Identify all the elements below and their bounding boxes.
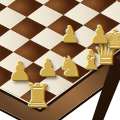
piece-white-pawn-a2[interactable]: ♟ <box>8 58 31 84</box>
piece-white-pawn-b2[interactable]: ♟ <box>37 56 59 80</box>
chess-set-photo: ♜♞♝♛♚♟♟♟♟ <box>0 0 120 120</box>
pieces-layer: ♜♞♝♛♚♟♟♟♟ <box>0 0 120 120</box>
piece-white-pawn-d2[interactable]: ♟ <box>89 23 111 47</box>
piece-white-pawn-c2[interactable]: ♟ <box>60 24 80 46</box>
